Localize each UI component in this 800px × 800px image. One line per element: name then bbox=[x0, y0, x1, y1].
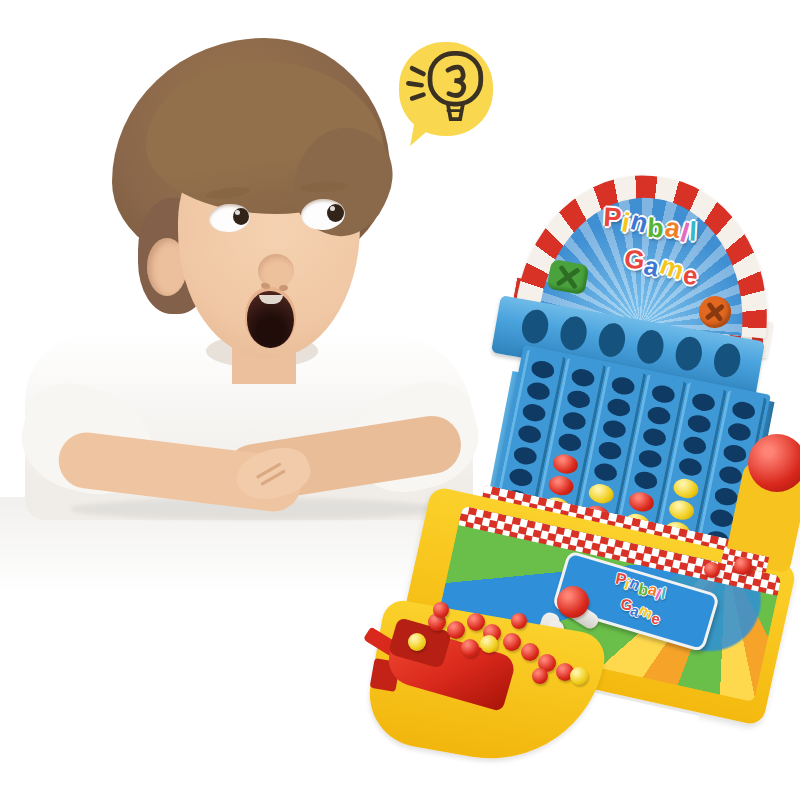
speech-bubble bbox=[399, 42, 493, 136]
grid-hole bbox=[682, 435, 708, 456]
red-ball bbox=[734, 557, 752, 575]
red-ball bbox=[511, 613, 527, 629]
grid-hole bbox=[530, 359, 556, 380]
boy-right-pupil bbox=[327, 204, 344, 222]
red-ball bbox=[461, 639, 479, 657]
grid-hole bbox=[561, 410, 587, 431]
red-ball bbox=[521, 643, 539, 661]
yellow-ball bbox=[672, 477, 700, 501]
grid-hole bbox=[597, 440, 623, 461]
grid-hole bbox=[606, 397, 632, 418]
red-ball bbox=[532, 668, 548, 684]
grid-hole bbox=[646, 405, 672, 426]
red-ball bbox=[551, 452, 579, 476]
right-red-dome bbox=[748, 434, 800, 492]
lightbulb-icon bbox=[399, 42, 493, 136]
grid-hole bbox=[521, 402, 547, 423]
logo-letter: e bbox=[681, 260, 700, 292]
red-ball bbox=[627, 490, 655, 514]
red-ball bbox=[467, 613, 485, 631]
grid-hole bbox=[566, 389, 592, 410]
scene: Pinball Game Pinball Game bbox=[0, 0, 800, 800]
yellow-ball bbox=[587, 482, 615, 506]
grid-hole bbox=[593, 462, 619, 483]
grid-hole bbox=[642, 427, 668, 448]
grid-hole bbox=[570, 367, 596, 388]
grid-hole bbox=[686, 413, 712, 434]
red-ball bbox=[503, 633, 521, 651]
grid-hole bbox=[731, 400, 757, 421]
feeder-slot bbox=[673, 335, 705, 373]
grid-hole bbox=[601, 418, 627, 439]
grid-hole bbox=[722, 443, 748, 464]
grid-hole bbox=[512, 445, 538, 466]
feeder-slot bbox=[635, 328, 667, 366]
red-ball bbox=[704, 562, 720, 578]
yellow-ball bbox=[480, 635, 498, 653]
grid-hole bbox=[637, 448, 663, 469]
grid-hole bbox=[650, 384, 676, 405]
feeder-slot bbox=[596, 321, 628, 359]
green-knob bbox=[547, 259, 590, 295]
yellow-ball bbox=[570, 667, 588, 685]
boy-left-pupil bbox=[233, 208, 249, 225]
feeder-slot bbox=[711, 341, 743, 379]
feeder-slot bbox=[558, 314, 590, 352]
grid-hole bbox=[633, 470, 659, 491]
grid-hole bbox=[610, 375, 636, 396]
grid-hole bbox=[726, 421, 752, 442]
grid-hole bbox=[557, 432, 583, 453]
red-ball bbox=[447, 621, 465, 639]
grid-hole bbox=[677, 456, 703, 477]
yellow-ball bbox=[408, 633, 426, 651]
grid-hole bbox=[691, 392, 717, 413]
feeder-slot bbox=[519, 308, 551, 346]
grid-hole bbox=[517, 424, 543, 445]
yellow-ball bbox=[667, 498, 695, 522]
logo-letter: l bbox=[689, 217, 699, 248]
red-ball bbox=[557, 586, 589, 618]
red-ball bbox=[547, 474, 575, 498]
red-ball bbox=[433, 602, 449, 618]
grid-hole bbox=[508, 467, 534, 488]
grid-hole bbox=[525, 381, 551, 402]
